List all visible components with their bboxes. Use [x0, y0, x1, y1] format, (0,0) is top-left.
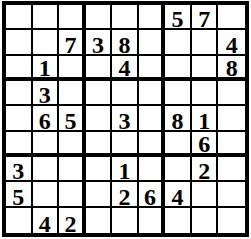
cell-r7c1[interactable]: 3 [6, 157, 33, 182]
given-digit: 1 [198, 109, 210, 133]
cell-r9c4[interactable] [86, 208, 113, 233]
given-digit: 1 [118, 159, 130, 183]
cell-r4c4[interactable] [86, 81, 113, 106]
cell-r5c8[interactable]: 1 [192, 106, 219, 131]
cell-r6c6[interactable] [139, 132, 166, 157]
cell-r3c8[interactable] [192, 56, 219, 81]
given-digit: 4 [39, 212, 51, 236]
cell-r9c6[interactable] [139, 208, 166, 233]
cell-r8c8[interactable] [192, 182, 219, 207]
cell-r1c6[interactable] [139, 5, 166, 30]
cell-r1c2[interactable] [33, 5, 60, 30]
cell-r8c1[interactable]: 5 [6, 182, 33, 207]
cell-r2c6[interactable] [139, 30, 166, 55]
cell-r4c3[interactable] [59, 81, 86, 106]
cell-r6c2[interactable] [33, 132, 60, 157]
cell-r4c8[interactable] [192, 81, 219, 106]
cell-r4c6[interactable] [139, 81, 166, 106]
cell-r9c5[interactable] [112, 208, 139, 233]
cell-r5c9[interactable] [218, 106, 245, 131]
cell-r7c2[interactable] [33, 157, 60, 182]
cell-r8c7[interactable]: 4 [165, 182, 192, 207]
cell-r9c9[interactable] [218, 208, 245, 233]
sudoku-board: 5773841483653816312526442 [2, 1, 249, 237]
cell-r9c3[interactable]: 2 [59, 208, 86, 233]
cell-r1c1[interactable] [6, 5, 33, 30]
cell-r8c9[interactable] [218, 182, 245, 207]
cell-r4c9[interactable] [218, 81, 245, 106]
cell-r3c9[interactable]: 8 [218, 56, 245, 81]
cell-r5c1[interactable] [6, 106, 33, 131]
cell-r2c1[interactable] [6, 30, 33, 55]
cell-r4c5[interactable] [112, 81, 139, 106]
cell-r7c6[interactable] [139, 157, 166, 182]
given-digit: 6 [198, 132, 210, 156]
cell-r7c7[interactable] [165, 157, 192, 182]
cell-r8c5[interactable]: 2 [112, 182, 139, 207]
cell-r7c4[interactable] [86, 157, 113, 182]
cell-r3c5[interactable]: 4 [112, 56, 139, 81]
cell-r2c7[interactable] [165, 30, 192, 55]
cell-r1c9[interactable] [218, 5, 245, 30]
cell-r6c5[interactable] [112, 132, 139, 157]
cell-r2c3[interactable]: 7 [59, 30, 86, 55]
cell-r9c8[interactable] [192, 208, 219, 233]
given-digit: 2 [64, 212, 76, 236]
given-digit: 5 [12, 185, 24, 209]
cell-r5c3[interactable]: 5 [59, 106, 86, 131]
cell-r7c3[interactable] [59, 157, 86, 182]
given-digit: 3 [92, 33, 104, 57]
cell-r5c6[interactable] [139, 106, 166, 131]
cell-r6c3[interactable] [59, 132, 86, 157]
cell-r3c3[interactable] [59, 56, 86, 81]
cell-r5c7[interactable]: 8 [165, 106, 192, 131]
given-digit: 5 [172, 7, 184, 31]
given-digit: 3 [39, 83, 51, 107]
cell-r2c9[interactable]: 4 [218, 30, 245, 55]
cell-r2c2[interactable] [33, 30, 60, 55]
given-digit: 8 [172, 109, 184, 133]
cell-r2c4[interactable]: 3 [86, 30, 113, 55]
cell-r3c1[interactable] [6, 56, 33, 81]
cell-r4c1[interactable] [6, 81, 33, 106]
cell-r5c4[interactable] [86, 106, 113, 131]
cell-r8c4[interactable] [86, 182, 113, 207]
cell-r3c6[interactable] [139, 56, 166, 81]
given-digit: 7 [64, 33, 76, 57]
given-digit: 6 [144, 185, 156, 209]
cell-r3c4[interactable] [86, 56, 113, 81]
cell-r1c8[interactable]: 7 [192, 5, 219, 30]
cell-r1c5[interactable] [112, 5, 139, 30]
cell-r7c9[interactable] [218, 157, 245, 182]
given-digit: 5 [64, 109, 76, 133]
given-digit: 8 [226, 56, 238, 80]
cell-r1c3[interactable] [59, 5, 86, 30]
cell-r6c1[interactable] [6, 132, 33, 157]
given-digit: 3 [118, 109, 130, 133]
given-digit: 8 [118, 33, 130, 57]
given-digit: 4 [118, 56, 130, 80]
cell-r6c9[interactable] [218, 132, 245, 157]
cell-r8c3[interactable] [59, 182, 86, 207]
cell-r6c7[interactable] [165, 132, 192, 157]
cell-r6c4[interactable] [86, 132, 113, 157]
cell-r1c4[interactable] [86, 5, 113, 30]
cell-r7c5[interactable]: 1 [112, 157, 139, 182]
cell-r4c7[interactable] [165, 81, 192, 106]
cell-r1c7[interactable]: 5 [165, 5, 192, 30]
given-digit: 2 [118, 185, 130, 209]
cell-r9c1[interactable] [6, 208, 33, 233]
given-digit: 6 [39, 109, 51, 133]
cell-r4c2[interactable]: 3 [33, 81, 60, 106]
cell-r6c8[interactable]: 6 [192, 132, 219, 157]
cell-r2c5[interactable]: 8 [112, 30, 139, 55]
cell-r3c2[interactable]: 1 [33, 56, 60, 81]
cell-r8c6[interactable]: 6 [139, 182, 166, 207]
given-digit: 1 [39, 56, 51, 80]
cell-r3c7[interactable] [165, 56, 192, 81]
cell-r9c2[interactable]: 4 [33, 208, 60, 233]
cell-r5c5[interactable]: 3 [112, 106, 139, 131]
cell-r9c7[interactable] [165, 208, 192, 233]
cell-r2c8[interactable] [192, 30, 219, 55]
cell-r5c2[interactable]: 6 [33, 106, 60, 131]
given-digit: 7 [198, 7, 210, 31]
given-digit: 2 [198, 159, 210, 183]
cell-r7c8[interactable]: 2 [192, 157, 219, 182]
given-digit: 4 [172, 185, 184, 209]
cell-r8c2[interactable] [33, 182, 60, 207]
given-digit: 4 [226, 33, 238, 57]
given-digit: 3 [12, 159, 24, 183]
